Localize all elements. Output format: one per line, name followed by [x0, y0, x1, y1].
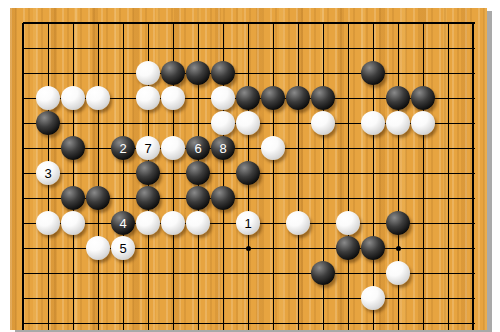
white-stone-c14r9[interactable] [336, 211, 360, 235]
white-stone-c7r4[interactable] [161, 86, 185, 110]
black-stone-c13r11[interactable] [311, 261, 335, 285]
grid-line-vertical [273, 23, 274, 330]
black-stone-c8r3[interactable] [186, 61, 210, 85]
star-point [396, 246, 401, 251]
white-stone-c9r4[interactable] [211, 86, 235, 110]
grid-line-horizontal [23, 22, 475, 24]
go-board[interactable]: 27683415 [10, 8, 487, 330]
grid-line-vertical [22, 23, 24, 330]
white-stone-c5r10[interactable]: 5 [111, 236, 135, 260]
white-stone-c17r5[interactable] [411, 111, 435, 135]
white-stone-c13r5[interactable] [311, 111, 335, 135]
white-stone-c6r4[interactable] [136, 86, 160, 110]
black-stone-c9r3[interactable] [211, 61, 235, 85]
black-stone-c2r5[interactable] [36, 111, 60, 135]
black-stone-c14r10[interactable] [336, 236, 360, 260]
grid-line-vertical [123, 23, 124, 330]
black-stone-c5r9[interactable]: 4 [111, 211, 135, 235]
white-stone-c15r5[interactable] [361, 111, 385, 135]
star-point [246, 246, 251, 251]
white-stone-c4r4[interactable] [86, 86, 110, 110]
black-stone-c8r7[interactable] [186, 161, 210, 185]
white-stone-c6r3[interactable] [136, 61, 160, 85]
black-stone-c7r3[interactable] [161, 61, 185, 85]
white-stone-c2r9[interactable] [36, 211, 60, 235]
black-stone-c8r8[interactable] [186, 186, 210, 210]
grid-line-vertical [98, 23, 99, 330]
grid-line-vertical [423, 23, 424, 330]
grid-line-horizontal [23, 73, 475, 74]
black-stone-c16r9[interactable] [386, 211, 410, 235]
black-stone-c9r8[interactable] [211, 186, 235, 210]
grid-line-vertical [448, 23, 449, 330]
white-stone-c16r11[interactable] [386, 261, 410, 285]
black-stone-c5r6[interactable]: 2 [111, 136, 135, 160]
white-stone-c3r4[interactable] [61, 86, 85, 110]
move-number: 3 [44, 167, 51, 180]
white-stone-c2r4[interactable] [36, 86, 60, 110]
move-number: 7 [144, 142, 151, 155]
white-stone-c10r5[interactable] [236, 111, 260, 135]
black-stone-c10r7[interactable] [236, 161, 260, 185]
black-stone-c12r4[interactable] [286, 86, 310, 110]
black-stone-c11r4[interactable] [261, 86, 285, 110]
grid-line-vertical [348, 23, 349, 330]
move-number: 6 [194, 142, 201, 155]
white-stone-c11r6[interactable] [261, 136, 285, 160]
black-stone-c6r7[interactable] [136, 161, 160, 185]
black-stone-c6r8[interactable] [136, 186, 160, 210]
black-stone-c4r8[interactable] [86, 186, 110, 210]
white-stone-c10r9[interactable]: 1 [236, 211, 260, 235]
black-stone-c15r10[interactable] [361, 236, 385, 260]
white-stone-c15r12[interactable] [361, 286, 385, 310]
white-stone-c6r6[interactable]: 7 [136, 136, 160, 160]
white-stone-c12r9[interactable] [286, 211, 310, 235]
grid-line-horizontal [23, 48, 475, 49]
move-number: 2 [119, 142, 126, 155]
move-number: 4 [119, 217, 126, 230]
grid-line-horizontal [23, 298, 475, 299]
black-stone-c10r4[interactable] [236, 86, 260, 110]
grid-line-vertical [298, 23, 299, 330]
move-number: 5 [119, 242, 126, 255]
black-stone-c3r6[interactable] [61, 136, 85, 160]
white-stone-c16r5[interactable] [386, 111, 410, 135]
grid-line-horizontal [23, 148, 475, 149]
white-stone-c3r9[interactable] [61, 211, 85, 235]
black-stone-c3r8[interactable] [61, 186, 85, 210]
black-stone-c13r4[interactable] [311, 86, 335, 110]
grid-line-horizontal [23, 323, 475, 324]
white-stone-c7r9[interactable] [161, 211, 185, 235]
white-stone-c7r6[interactable] [161, 136, 185, 160]
white-stone-c9r5[interactable] [211, 111, 235, 135]
black-stone-c8r6[interactable]: 6 [186, 136, 210, 160]
black-stone-c9r6[interactable]: 8 [211, 136, 235, 160]
black-stone-c15r3[interactable] [361, 61, 385, 85]
black-stone-c16r4[interactable] [386, 86, 410, 110]
move-number: 1 [244, 217, 251, 230]
black-stone-c17r4[interactable] [411, 86, 435, 110]
grid-line-vertical [73, 23, 74, 330]
white-stone-c2r7[interactable]: 3 [36, 161, 60, 185]
move-number: 8 [219, 142, 226, 155]
white-stone-c6r9[interactable] [136, 211, 160, 235]
white-stone-c4r10[interactable] [86, 236, 110, 260]
page-root: 27683415 [0, 0, 500, 332]
white-stone-c8r9[interactable] [186, 211, 210, 235]
grid-line-vertical [472, 23, 474, 330]
